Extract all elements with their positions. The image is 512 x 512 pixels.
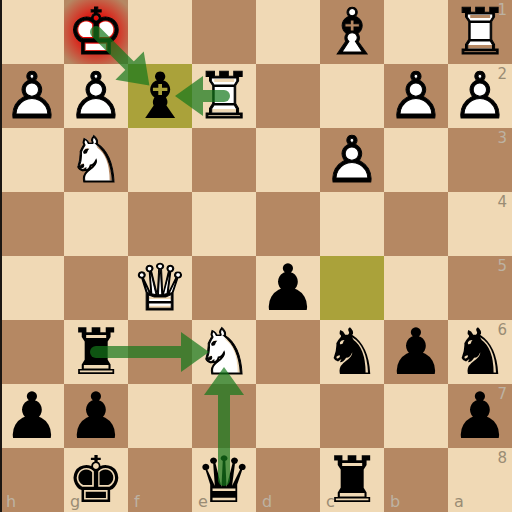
white-pawn-outline-icon: ♙ [448, 64, 512, 128]
square-f7[interactable] [128, 384, 192, 448]
piece-white-pawn[interactable]: ♟♙ [320, 128, 384, 192]
square-c3[interactable]: ♟♙ [320, 128, 384, 192]
square-d8[interactable] [256, 448, 320, 512]
black-knight-icon: ♞ [448, 320, 512, 384]
white-pawn-outline-icon: ♙ [384, 64, 448, 128]
square-f3[interactable] [128, 128, 192, 192]
piece-white-rook[interactable]: ♜♖ [192, 64, 256, 128]
square-g4[interactable] [64, 192, 128, 256]
piece-black-pawn[interactable]: ♟ [384, 320, 448, 384]
white-knight-outline-icon: ♘ [64, 128, 128, 192]
square-g7[interactable]: ♟ [64, 384, 128, 448]
black-queen-icon: ♛ [192, 448, 256, 512]
white-knight-outline-icon: ♘ [192, 320, 256, 384]
square-g8[interactable]: ♚ [64, 448, 128, 512]
square-c8[interactable]: ♜ [320, 448, 384, 512]
square-d5[interactable]: ♟ [256, 256, 320, 320]
black-pawn-icon: ♟ [0, 384, 64, 448]
black-king-icon: ♚ [64, 448, 128, 512]
piece-black-pawn[interactable]: ♟ [0, 384, 64, 448]
square-f1[interactable] [128, 0, 192, 64]
square-a8[interactable] [448, 448, 512, 512]
square-f6[interactable] [128, 320, 192, 384]
square-d6[interactable] [256, 320, 320, 384]
white-rook-outline-icon: ♖ [192, 64, 256, 128]
square-b4[interactable] [384, 192, 448, 256]
square-h4[interactable] [0, 192, 64, 256]
square-g3[interactable]: ♞♘ [64, 128, 128, 192]
square-f5[interactable]: ♛♕ [128, 256, 192, 320]
square-d3[interactable] [256, 128, 320, 192]
piece-white-rook[interactable]: ♜♖ [448, 0, 512, 64]
square-a1[interactable]: ♜♖ [448, 0, 512, 64]
square-b7[interactable] [384, 384, 448, 448]
piece-white-queen[interactable]: ♛♕ [128, 256, 192, 320]
square-e3[interactable] [192, 128, 256, 192]
black-bishop-icon: ♝ [128, 64, 192, 128]
square-f2[interactable]: ♝ [128, 64, 192, 128]
square-g1[interactable]: ♚♔ [64, 0, 128, 64]
square-a6[interactable]: ♞ [448, 320, 512, 384]
square-h5[interactable] [0, 256, 64, 320]
white-king-outline-icon: ♔ [64, 0, 128, 64]
black-pawn-icon: ♟ [384, 320, 448, 384]
square-c7[interactable] [320, 384, 384, 448]
square-h2[interactable]: ♟♙ [0, 64, 64, 128]
square-h8[interactable] [0, 448, 64, 512]
white-bishop-outline-icon: ♗ [320, 0, 384, 64]
square-c6[interactable]: ♞ [320, 320, 384, 384]
square-d2[interactable] [256, 64, 320, 128]
piece-white-knight[interactable]: ♞♘ [64, 128, 128, 192]
piece-white-pawn[interactable]: ♟♙ [64, 64, 128, 128]
chess-board: ♚♔♝♗♜♖♟♙♟♙♝♜♖♟♙♟♙♞♘♟♙♛♕♟♜♞♘♞♟♞♟♟♟♚♛♜ [0, 0, 512, 512]
black-pawn-icon: ♟ [256, 256, 320, 320]
square-b1[interactable] [384, 0, 448, 64]
piece-black-pawn[interactable]: ♟ [256, 256, 320, 320]
square-e7[interactable] [192, 384, 256, 448]
chess-app: ♚♔♝♗♜♖♟♙♟♙♝♜♖♟♙♟♙♞♘♟♙♛♕♟♜♞♘♞♟♞♟♟♟♚♛♜ hgf… [0, 0, 512, 512]
piece-white-pawn[interactable]: ♟♙ [384, 64, 448, 128]
piece-black-rook[interactable]: ♜ [64, 320, 128, 384]
white-rook-outline-icon: ♖ [448, 0, 512, 64]
square-a5[interactable] [448, 256, 512, 320]
piece-black-queen[interactable]: ♛ [192, 448, 256, 512]
square-a3[interactable] [448, 128, 512, 192]
square-b5[interactable] [384, 256, 448, 320]
square-h1[interactable] [0, 0, 64, 64]
square-c2[interactable] [320, 64, 384, 128]
square-g2[interactable]: ♟♙ [64, 64, 128, 128]
black-pawn-icon: ♟ [448, 384, 512, 448]
square-h6[interactable] [0, 320, 64, 384]
black-pawn-icon: ♟ [64, 384, 128, 448]
square-b6[interactable]: ♟ [384, 320, 448, 384]
piece-black-knight[interactable]: ♞ [320, 320, 384, 384]
square-a7[interactable]: ♟ [448, 384, 512, 448]
piece-black-pawn[interactable]: ♟ [64, 384, 128, 448]
piece-black-pawn[interactable]: ♟ [448, 384, 512, 448]
window-left-edge-line [0, 0, 2, 512]
white-pawn-outline-icon: ♙ [64, 64, 128, 128]
square-d1[interactable] [256, 0, 320, 64]
square-c1[interactable]: ♝♗ [320, 0, 384, 64]
piece-black-rook[interactable]: ♜ [320, 448, 384, 512]
square-h7[interactable]: ♟ [0, 384, 64, 448]
square-f8[interactable] [128, 448, 192, 512]
black-knight-icon: ♞ [320, 320, 384, 384]
piece-white-pawn[interactable]: ♟♙ [0, 64, 64, 128]
square-g6[interactable]: ♜ [64, 320, 128, 384]
square-b2[interactable]: ♟♙ [384, 64, 448, 128]
square-a4[interactable] [448, 192, 512, 256]
black-rook-icon: ♜ [64, 320, 128, 384]
square-c4[interactable] [320, 192, 384, 256]
piece-white-king[interactable]: ♚♔ [64, 0, 128, 64]
piece-black-king[interactable]: ♚ [64, 448, 128, 512]
white-pawn-outline-icon: ♙ [0, 64, 64, 128]
square-h3[interactable] [0, 128, 64, 192]
square-e1[interactable] [192, 0, 256, 64]
piece-black-knight[interactable]: ♞ [448, 320, 512, 384]
square-b8[interactable] [384, 448, 448, 512]
piece-white-knight[interactable]: ♞♘ [192, 320, 256, 384]
square-b3[interactable] [384, 128, 448, 192]
square-e4[interactable] [192, 192, 256, 256]
square-e5[interactable] [192, 256, 256, 320]
square-f4[interactable] [128, 192, 192, 256]
square-e6[interactable]: ♞♘ [192, 320, 256, 384]
square-c5[interactable] [320, 256, 384, 320]
square-e2[interactable]: ♜♖ [192, 64, 256, 128]
square-a2[interactable]: ♟♙ [448, 64, 512, 128]
square-d4[interactable] [256, 192, 320, 256]
white-pawn-outline-icon: ♙ [320, 128, 384, 192]
square-g5[interactable] [64, 256, 128, 320]
piece-black-bishop[interactable]: ♝ [128, 64, 192, 128]
black-rook-icon: ♜ [320, 448, 384, 512]
square-e8[interactable]: ♛ [192, 448, 256, 512]
square-d7[interactable] [256, 384, 320, 448]
piece-white-bishop[interactable]: ♝♗ [320, 0, 384, 64]
white-queen-outline-icon: ♕ [128, 256, 192, 320]
piece-white-pawn[interactable]: ♟♙ [448, 64, 512, 128]
